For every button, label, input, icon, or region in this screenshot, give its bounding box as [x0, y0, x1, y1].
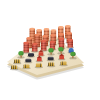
- piece-yellow-car[interactable]: [48, 62, 54, 66]
- piece-red-house[interactable]: [59, 54, 64, 60]
- piece-yellow-car[interactable]: [14, 59, 20, 63]
- piece-yellow-car[interactable]: [36, 63, 42, 67]
- piece-green-tree[interactable]: [58, 47, 63, 54]
- piece-yellow-car[interactable]: [60, 61, 66, 65]
- piece-red-house[interactable]: [37, 56, 42, 62]
- piece-black-car[interactable]: [28, 53, 34, 57]
- piece-red-tower-h3[interactable]: [23, 43, 29, 53]
- piece-green-tree[interactable]: [48, 48, 53, 55]
- piece-yellow-car[interactable]: [23, 64, 29, 68]
- piece-black-car[interactable]: [25, 59, 31, 63]
- piece-green-tree[interactable]: [18, 51, 23, 58]
- piece-green-tree[interactable]: [70, 52, 75, 59]
- product-photo: [0, 0, 100, 100]
- piece-yellow-car[interactable]: [11, 65, 17, 69]
- piece-red-tower-h2[interactable]: [32, 44, 38, 52]
- piece-black-car[interactable]: [48, 57, 54, 61]
- piece-red-tower-h2[interactable]: [67, 40, 73, 48]
